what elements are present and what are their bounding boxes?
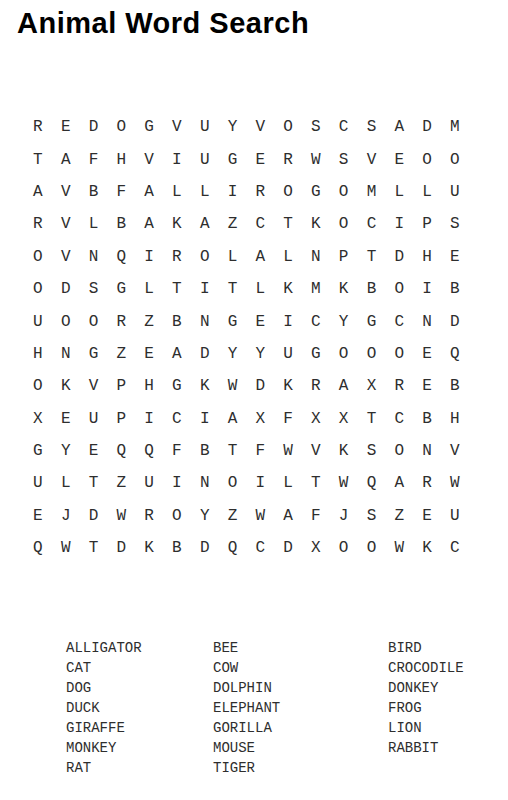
grid-cell-r13c16[interactable]: U <box>441 500 469 532</box>
grid-cell-r9c11[interactable]: R <box>302 370 330 402</box>
grid-cell-r5c7[interactable]: O <box>191 241 219 273</box>
grid-cell-r10c5[interactable]: I <box>135 403 163 435</box>
grid-cell-r8c16[interactable]: Q <box>441 338 469 370</box>
grid-cell-r12c8[interactable]: O <box>219 467 247 499</box>
grid-cell-r11c3[interactable]: E <box>80 435 108 467</box>
grid-cell-r10c2[interactable]: E <box>52 403 80 435</box>
grid-cell-r13c5[interactable]: R <box>135 500 163 532</box>
grid-cell-r2c6[interactable]: I <box>163 143 191 175</box>
grid-cell-r9c14[interactable]: R <box>385 370 413 402</box>
grid-cell-r2c13[interactable]: V <box>358 143 386 175</box>
grid-cell-r2c2[interactable]: A <box>52 143 80 175</box>
grid-cell-r9c4[interactable]: P <box>107 370 135 402</box>
word-item-gorilla: GORILLA <box>213 718 280 738</box>
grid-cell-r9c13[interactable]: X <box>358 370 386 402</box>
grid-cell-r4c14[interactable]: I <box>385 208 413 240</box>
grid-cell-r8c5[interactable]: E <box>135 338 163 370</box>
grid-cell-r14c11[interactable]: X <box>302 532 330 564</box>
grid-cell-r6c13[interactable]: B <box>358 273 386 305</box>
grid-cell-r13c8[interactable]: Z <box>219 500 247 532</box>
grid-cell-r12c5[interactable]: U <box>135 467 163 499</box>
grid-cell-r11c5[interactable]: Q <box>135 435 163 467</box>
grid-cell-r2c14[interactable]: E <box>385 143 413 175</box>
grid-cell-r7c11[interactable]: C <box>302 305 330 337</box>
grid-cell-r10c1[interactable]: X <box>24 403 52 435</box>
grid-cell-r12c3[interactable]: T <box>80 467 108 499</box>
grid-cell-r10c10[interactable]: F <box>274 403 302 435</box>
grid-cell-r11c2[interactable]: Y <box>52 435 80 467</box>
grid-cell-r11c6[interactable]: F <box>163 435 191 467</box>
grid-cell-r5c6[interactable]: R <box>163 241 191 273</box>
grid-cell-r4c9[interactable]: C <box>246 208 274 240</box>
grid-cell-r6c16[interactable]: B <box>441 273 469 305</box>
grid-cell-r5c5[interactable]: I <box>135 241 163 273</box>
grid-cell-r10c12[interactable]: X <box>330 403 358 435</box>
grid-cell-r4c5[interactable]: A <box>135 208 163 240</box>
grid-cell-r1c7[interactable]: U <box>191 111 219 143</box>
grid-cell-r6c4[interactable]: G <box>107 273 135 305</box>
grid-cell-r3c6[interactable]: L <box>163 176 191 208</box>
grid-cell-r2c12[interactable]: S <box>330 143 358 175</box>
grid-cell-r14c8[interactable]: Q <box>219 532 247 564</box>
word-item-rabbit: RABBIT <box>388 738 464 758</box>
grid-cell-r4c3[interactable]: L <box>80 208 108 240</box>
grid-cell-r9c1[interactable]: O <box>24 370 52 402</box>
grid-cell-r13c3[interactable]: D <box>80 500 108 532</box>
word-item-mouse: MOUSE <box>213 738 280 758</box>
grid-cell-r8c9[interactable]: Y <box>246 338 274 370</box>
grid-cell-r4c11[interactable]: K <box>302 208 330 240</box>
grid-cell-r1c5[interactable]: G <box>135 111 163 143</box>
grid-cell-r14c4[interactable]: D <box>107 532 135 564</box>
grid-cell-r11c8[interactable]: T <box>219 435 247 467</box>
grid-cell-r13c14[interactable]: Z <box>385 500 413 532</box>
grid-cell-r7c4[interactable]: R <box>107 305 135 337</box>
grid-cell-r2c8[interactable]: G <box>219 143 247 175</box>
grid-cell-r7c10[interactable]: I <box>274 305 302 337</box>
grid-cell-r5c14[interactable]: D <box>385 241 413 273</box>
grid-cell-r12c13[interactable]: Q <box>358 467 386 499</box>
grid-cell-r7c12[interactable]: Y <box>330 305 358 337</box>
grid-cell-r11c16[interactable]: V <box>441 435 469 467</box>
grid-cell-r14c14[interactable]: W <box>385 532 413 564</box>
grid-cell-r6c6[interactable]: T <box>163 273 191 305</box>
grid-cell-r2c1[interactable]: T <box>24 143 52 175</box>
grid-cell-r14c9[interactable]: C <box>246 532 274 564</box>
grid-cell-r3c14[interactable]: L <box>385 176 413 208</box>
word-list-column-1: ALLIGATORCATDOGDUCKGIRAFFEMONKEYRAT <box>66 638 142 778</box>
grid-cell-r6c14[interactable]: O <box>385 273 413 305</box>
grid-cell-r5c3[interactable]: N <box>80 241 108 273</box>
grid-cell-r6c1[interactable]: O <box>24 273 52 305</box>
grid-cell-r4c1[interactable]: R <box>24 208 52 240</box>
grid-cell-r4c15[interactable]: P <box>413 208 441 240</box>
grid-cell-r6c3[interactable]: S <box>80 273 108 305</box>
grid-cell-r2c3[interactable]: F <box>80 143 108 175</box>
word-item-tiger: TIGER <box>213 758 280 778</box>
grid-cell-r9c7[interactable]: K <box>191 370 219 402</box>
grid-cell-r8c6[interactable]: A <box>163 338 191 370</box>
grid-cell-r14c6[interactable]: B <box>163 532 191 564</box>
grid-cell-r3c11[interactable]: G <box>302 176 330 208</box>
grid-cell-r1c6[interactable]: V <box>163 111 191 143</box>
grid-cell-r10c6[interactable]: C <box>163 403 191 435</box>
word-item-alligator: ALLIGATOR <box>66 638 142 658</box>
grid-cell-r14c7[interactable]: D <box>191 532 219 564</box>
grid-cell-r8c7[interactable]: D <box>191 338 219 370</box>
grid-cell-r13c10[interactable]: A <box>274 500 302 532</box>
grid-cell-r4c13[interactable]: C <box>358 208 386 240</box>
grid-cell-r1c11[interactable]: S <box>302 111 330 143</box>
grid-cell-r9c15[interactable]: E <box>413 370 441 402</box>
grid-cell-r5c2[interactable]: V <box>52 241 80 273</box>
grid-cell-r2c10[interactable]: R <box>274 143 302 175</box>
word-list: ALLIGATORCATDOGDUCKGIRAFFEMONKEYRAT BEEC… <box>0 638 508 788</box>
grid-cell-r9c2[interactable]: K <box>52 370 80 402</box>
grid-cell-r7c7[interactable]: N <box>191 305 219 337</box>
grid-cell-r7c3[interactable]: O <box>80 305 108 337</box>
grid-cell-r14c3[interactable]: T <box>80 532 108 564</box>
grid-cell-r2c4[interactable]: H <box>107 143 135 175</box>
grid-cell-r3c5[interactable]: A <box>135 176 163 208</box>
grid-cell-r6c2[interactable]: D <box>52 273 80 305</box>
grid-cell-r10c9[interactable]: X <box>246 403 274 435</box>
grid-cell-r5c8[interactable]: L <box>219 241 247 273</box>
word-item-dog: DOG <box>66 678 142 698</box>
grid-cell-r14c5[interactable]: K <box>135 532 163 564</box>
grid-cell-r5c12[interactable]: P <box>330 241 358 273</box>
grid-cell-r8c15[interactable]: E <box>413 338 441 370</box>
grid-cell-r5c4[interactable]: Q <box>107 241 135 273</box>
grid-cell-r3c2[interactable]: V <box>52 176 80 208</box>
word-item-monkey: MONKEY <box>66 738 142 758</box>
grid-cell-r12c6[interactable]: I <box>163 467 191 499</box>
grid-cell-r6c9[interactable]: L <box>246 273 274 305</box>
grid-cell-r6c5[interactable]: L <box>135 273 163 305</box>
grid-cell-r3c13[interactable]: M <box>358 176 386 208</box>
grid-cell-r3c3[interactable]: B <box>80 176 108 208</box>
grid-cell-r10c16[interactable]: H <box>441 403 469 435</box>
grid-cell-r8c12[interactable]: O <box>330 338 358 370</box>
grid-cell-r8c10[interactable]: U <box>274 338 302 370</box>
word-item-bee: BEE <box>213 638 280 658</box>
grid-cell-r11c11[interactable]: V <box>302 435 330 467</box>
grid-cell-r3c10[interactable]: O <box>274 176 302 208</box>
grid-cell-r11c4[interactable]: Q <box>107 435 135 467</box>
grid-cell-r14c1[interactable]: Q <box>24 532 52 564</box>
grid-cell-r12c10[interactable]: L <box>274 467 302 499</box>
grid-cell-r4c6[interactable]: K <box>163 208 191 240</box>
grid-cell-r8c3[interactable]: G <box>80 338 108 370</box>
grid-cell-r2c5[interactable]: V <box>135 143 163 175</box>
grid-cell-r7c6[interactable]: B <box>163 305 191 337</box>
word-item-duck: DUCK <box>66 698 142 718</box>
grid-cell-r7c13[interactable]: G <box>358 305 386 337</box>
grid-cell-r13c6[interactable]: O <box>163 500 191 532</box>
grid-cell-r1c8[interactable]: Y <box>219 111 247 143</box>
grid-cell-r11c1[interactable]: G <box>24 435 52 467</box>
grid-cell-r8c13[interactable]: O <box>358 338 386 370</box>
grid-cell-r3c15[interactable]: L <box>413 176 441 208</box>
grid-cell-r14c12[interactable]: O <box>330 532 358 564</box>
word-list-column-2: BEECOWDOLPHINELEPHANTGORILLAMOUSETIGER <box>213 638 280 778</box>
grid-cell-r10c4[interactable]: P <box>107 403 135 435</box>
word-item-bird: BIRD <box>388 638 464 658</box>
grid-cell-r2c11[interactable]: W <box>302 143 330 175</box>
word-item-lion: LION <box>388 718 464 738</box>
grid-cell-r8c2[interactable]: N <box>52 338 80 370</box>
grid-cell-r1c1[interactable]: R <box>24 111 52 143</box>
grid-cell-r1c15[interactable]: D <box>413 111 441 143</box>
grid-cell-r8c8[interactable]: Y <box>219 338 247 370</box>
word-item-elephant: ELEPHANT <box>213 698 280 718</box>
grid-cell-r13c7[interactable]: Y <box>191 500 219 532</box>
grid-cell-r10c7[interactable]: I <box>191 403 219 435</box>
grid-cell-r12c7[interactable]: N <box>191 467 219 499</box>
grid-cell-r1c9[interactable]: V <box>246 111 274 143</box>
grid-cell-r3c4[interactable]: F <box>107 176 135 208</box>
grid-cell-r1c12[interactable]: C <box>330 111 358 143</box>
grid-cell-r13c2[interactable]: J <box>52 500 80 532</box>
grid-cell-r3c1[interactable]: A <box>24 176 52 208</box>
grid-cell-r4c4[interactable]: B <box>107 208 135 240</box>
grid-cell-r12c11[interactable]: T <box>302 467 330 499</box>
grid-cell-r3c7[interactable]: L <box>191 176 219 208</box>
grid-cell-r13c13[interactable]: S <box>358 500 386 532</box>
grid-cell-r10c8[interactable]: A <box>219 403 247 435</box>
grid-cell-r11c10[interactable]: W <box>274 435 302 467</box>
grid-cell-r9c6[interactable]: G <box>163 370 191 402</box>
grid-cell-r6c8[interactable]: T <box>219 273 247 305</box>
grid-cell-r9c16[interactable]: B <box>441 370 469 402</box>
grid-cell-r7c2[interactable]: O <box>52 305 80 337</box>
grid-cell-r9c3[interactable]: V <box>80 370 108 402</box>
grid-cell-r14c2[interactable]: W <box>52 532 80 564</box>
grid-cell-r6c7[interactable]: I <box>191 273 219 305</box>
grid-cell-r10c11[interactable]: X <box>302 403 330 435</box>
grid-cell-r8c14[interactable]: O <box>385 338 413 370</box>
grid-cell-r6c15[interactable]: I <box>413 273 441 305</box>
grid-cell-r12c12[interactable]: W <box>330 467 358 499</box>
grid-cell-r5c15[interactable]: H <box>413 241 441 273</box>
grid-cell-r14c10[interactable]: D <box>274 532 302 564</box>
grid-cell-r12c16[interactable]: W <box>441 467 469 499</box>
grid-cell-r2c7[interactable]: U <box>191 143 219 175</box>
grid-cell-r12c15[interactable]: R <box>413 467 441 499</box>
grid-cell-r11c7[interactable]: B <box>191 435 219 467</box>
grid-cell-r6c10[interactable]: K <box>274 273 302 305</box>
grid-cell-r13c11[interactable]: F <box>302 500 330 532</box>
grid-cell-r12c14[interactable]: A <box>385 467 413 499</box>
grid-cell-r10c15[interactable]: B <box>413 403 441 435</box>
grid-cell-r4c8[interactable]: Z <box>219 208 247 240</box>
grid-cell-r11c15[interactable]: N <box>413 435 441 467</box>
grid-cell-r6c11[interactable]: M <box>302 273 330 305</box>
grid-cell-r13c1[interactable]: E <box>24 500 52 532</box>
grid-cell-r11c9[interactable]: F <box>246 435 274 467</box>
grid-cell-r4c16[interactable]: S <box>441 208 469 240</box>
grid-cell-r9c9[interactable]: D <box>246 370 274 402</box>
grid-cell-r7c16[interactable]: D <box>441 305 469 337</box>
grid-cell-r9c8[interactable]: W <box>219 370 247 402</box>
grid-cell-r13c12[interactable]: J <box>330 500 358 532</box>
grid-cell-r3c8[interactable]: I <box>219 176 247 208</box>
word-item-cow: COW <box>213 658 280 678</box>
grid-cell-r2c9[interactable]: E <box>246 143 274 175</box>
grid-cell-r7c1[interactable]: U <box>24 305 52 337</box>
grid-cell-r5c16[interactable]: E <box>441 241 469 273</box>
grid-cell-r5c1[interactable]: O <box>24 241 52 273</box>
grid-cell-r7c15[interactable]: N <box>413 305 441 337</box>
word-item-donkey: DONKEY <box>388 678 464 698</box>
grid-cell-r5c9[interactable]: A <box>246 241 274 273</box>
grid-cell-r8c1[interactable]: H <box>24 338 52 370</box>
grid-cell-r4c10[interactable]: T <box>274 208 302 240</box>
grid-cell-r3c12[interactable]: O <box>330 176 358 208</box>
grid-cell-r4c7[interactable]: A <box>191 208 219 240</box>
grid-cell-r7c8[interactable]: G <box>219 305 247 337</box>
grid-cell-r5c13[interactable]: T <box>358 241 386 273</box>
grid-cell-r14c16[interactable]: C <box>441 532 469 564</box>
grid-cell-r5c11[interactable]: N <box>302 241 330 273</box>
grid-cell-r12c2[interactable]: L <box>52 467 80 499</box>
word-item-crocodile: CROCODILE <box>388 658 464 678</box>
word-list-column-3: BIRDCROCODILEDONKEYFROGLIONRABBIT <box>388 638 464 758</box>
grid-cell-r12c9[interactable]: I <box>246 467 274 499</box>
grid-cell-r11c14[interactable]: O <box>385 435 413 467</box>
grid-cell-r1c3[interactable]: D <box>80 111 108 143</box>
grid-cell-r2c15[interactable]: O <box>413 143 441 175</box>
grid-cell-r11c12[interactable]: K <box>330 435 358 467</box>
grid-cell-r8c11[interactable]: G <box>302 338 330 370</box>
grid-cell-r1c16[interactable]: M <box>441 111 469 143</box>
word-item-giraffe: GIRAFFE <box>66 718 142 738</box>
grid-cell-r14c15[interactable]: K <box>413 532 441 564</box>
grid-cell-r10c13[interactable]: T <box>358 403 386 435</box>
grid-cell-r1c13[interactable]: S <box>358 111 386 143</box>
word-item-rat: RAT <box>66 758 142 778</box>
grid-cell-r7c14[interactable]: C <box>385 305 413 337</box>
grid-cell-r11c13[interactable]: S <box>358 435 386 467</box>
grid-cell-r4c2[interactable]: V <box>52 208 80 240</box>
grid-cell-r3c9[interactable]: R <box>246 176 274 208</box>
grid-cell-r1c4[interactable]: O <box>107 111 135 143</box>
grid-cell-r10c3[interactable]: U <box>80 403 108 435</box>
word-item-frog: FROG <box>388 698 464 718</box>
grid-cell-r7c5[interactable]: Z <box>135 305 163 337</box>
grid-cell-r1c14[interactable]: A <box>385 111 413 143</box>
grid-cell-r4c12[interactable]: O <box>330 208 358 240</box>
grid-cell-r3c16[interactable]: U <box>441 176 469 208</box>
grid-cell-r2c16[interactable]: O <box>441 143 469 175</box>
page-title: Animal Word Search <box>17 7 309 40</box>
grid-cell-r12c1[interactable]: U <box>24 467 52 499</box>
grid-cell-r12c4[interactable]: Z <box>107 467 135 499</box>
grid-cell-r13c4[interactable]: W <box>107 500 135 532</box>
word-item-dolphin: DOLPHIN <box>213 678 280 698</box>
grid-cell-r8c4[interactable]: Z <box>107 338 135 370</box>
grid-cell-r14c13[interactable]: O <box>358 532 386 564</box>
grid-cell-r9c10[interactable]: K <box>274 370 302 402</box>
grid-cell-r1c10[interactable]: O <box>274 111 302 143</box>
word-item-cat: CAT <box>66 658 142 678</box>
grid-cell-r9c12[interactable]: A <box>330 370 358 402</box>
grid-cell-r10c14[interactable]: C <box>385 403 413 435</box>
grid-cell-r6c12[interactable]: K <box>330 273 358 305</box>
grid-cell-r7c9[interactable]: E <box>246 305 274 337</box>
grid-cell-r1c2[interactable]: E <box>52 111 80 143</box>
grid-cell-r13c9[interactable]: W <box>246 500 274 532</box>
grid-cell-r5c10[interactable]: L <box>274 241 302 273</box>
grid-cell-r9c5[interactable]: H <box>135 370 163 402</box>
grid-cell-r13c15[interactable]: E <box>413 500 441 532</box>
word-search-grid: REDOGVUYVOSCSADMTAFHVIUGERWSVEOOAVBFALLI… <box>24 111 469 564</box>
